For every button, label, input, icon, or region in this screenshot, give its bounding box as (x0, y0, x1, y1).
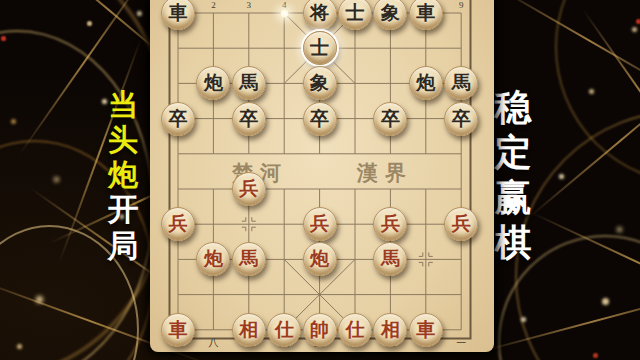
piece-glyph: 兵 (310, 211, 329, 237)
piece-glyph: 炮 (204, 246, 223, 272)
piece-glyph: 馬 (452, 70, 471, 96)
piece-red-elephant[interactable]: 相 (373, 313, 407, 347)
piece-red-general[interactable]: 帥 (303, 313, 337, 347)
piece-glyph: 卒 (452, 106, 471, 132)
piece-black-soldier[interactable]: 卒 (373, 102, 407, 136)
piece-black-cannon[interactable]: 炮 (409, 66, 443, 100)
piece-glyph: 馬 (239, 70, 258, 96)
gold-arc-decoration (555, 0, 640, 184)
piece-glyph: 士 (310, 35, 329, 61)
piece-glyph: 卒 (169, 106, 188, 132)
piece-glyph: 兵 (381, 211, 400, 237)
piece-glyph: 象 (310, 70, 329, 96)
gold-ray (582, 9, 640, 174)
right-caption: 稳定赢棋 (491, 85, 535, 265)
piece-glyph: 仕 (275, 317, 294, 343)
river-label-right: 漢界 (357, 159, 413, 187)
file-label-bottom: 一 (453, 336, 469, 349)
piece-glyph: 兵 (169, 211, 188, 237)
piece-glyph: 将 (310, 0, 329, 26)
piece-glyph: 車 (169, 317, 188, 343)
right-caption-char: 定 (495, 130, 532, 175)
right-caption-char: 赢 (495, 175, 532, 220)
piece-glyph: 相 (381, 317, 400, 343)
piece-glyph: 兵 (239, 176, 258, 202)
piece-red-chariot[interactable]: 車 (161, 313, 195, 347)
piece-red-chariot[interactable]: 車 (409, 313, 443, 347)
piece-glyph: 帥 (310, 317, 329, 343)
last-move-origin-marker (280, 9, 289, 18)
piece-red-soldier[interactable]: 兵 (232, 172, 266, 206)
gold-ray (530, 211, 640, 310)
piece-glyph: 車 (416, 317, 435, 343)
piece-black-general[interactable]: 将 (303, 0, 337, 30)
piece-glyph: 炮 (310, 246, 329, 272)
video-frame: 当头炮开局 稳定赢棋 123456789九八七六五四三二一 楚河 漢界 車将士象… (0, 0, 640, 360)
piece-red-elephant[interactable]: 相 (232, 313, 266, 347)
piece-glyph: 炮 (416, 70, 435, 96)
file-label-top: 2 (205, 0, 221, 11)
left-caption: 当头炮开局 (104, 87, 142, 264)
left-caption-char: 当 (108, 87, 138, 122)
piece-glyph: 炮 (204, 70, 223, 96)
piece-black-soldier[interactable]: 卒 (444, 102, 478, 136)
gold-ray (494, 0, 640, 97)
gold-ray (474, 288, 640, 355)
file-label-bottom: 八 (205, 336, 221, 349)
piece-black-soldier[interactable]: 卒 (303, 102, 337, 136)
piece-red-soldier[interactable]: 兵 (303, 207, 337, 241)
piece-glyph: 馬 (239, 246, 258, 272)
left-caption-char: 开 (108, 192, 139, 228)
piece-red-horse[interactable]: 馬 (232, 242, 266, 276)
piece-black-advisor[interactable]: 士 (303, 31, 337, 65)
left-caption-char: 局 (108, 228, 139, 264)
piece-black-soldier[interactable]: 卒 (161, 102, 195, 136)
piece-glyph: 卒 (239, 106, 258, 132)
piece-glyph: 馬 (381, 246, 400, 272)
piece-glyph: 車 (169, 0, 188, 26)
piece-glyph: 卒 (381, 106, 400, 132)
gold-ray (527, 63, 640, 219)
piece-red-advisor[interactable]: 仕 (338, 313, 372, 347)
right-caption-char: 棋 (495, 220, 532, 265)
piece-red-soldier[interactable]: 兵 (161, 207, 195, 241)
file-label-top: 9 (453, 0, 469, 11)
piece-glyph: 卒 (310, 106, 329, 132)
piece-black-soldier[interactable]: 卒 (232, 102, 266, 136)
piece-glyph: 相 (239, 317, 258, 343)
sparkle-dots (0, 0, 3, 3)
xiangqi-board[interactable]: 123456789九八七六五四三二一 楚河 漢界 車将士象車士炮馬象炮馬卒卒卒卒… (150, 0, 494, 352)
piece-glyph: 象 (381, 0, 400, 26)
right-caption-char: 稳 (495, 85, 532, 130)
piece-glyph: 仕 (346, 317, 365, 343)
piece-red-cannon[interactable]: 炮 (303, 242, 337, 276)
piece-glyph: 車 (416, 0, 435, 26)
piece-black-elephant[interactable]: 象 (303, 66, 337, 100)
piece-glyph: 士 (346, 0, 365, 26)
left-caption-char: 头 (108, 122, 138, 157)
piece-black-horse[interactable]: 馬 (232, 66, 266, 100)
left-caption-char: 炮 (108, 157, 138, 192)
piece-glyph: 兵 (452, 211, 471, 237)
piece-red-advisor[interactable]: 仕 (267, 313, 301, 347)
file-label-top: 3 (241, 0, 257, 11)
